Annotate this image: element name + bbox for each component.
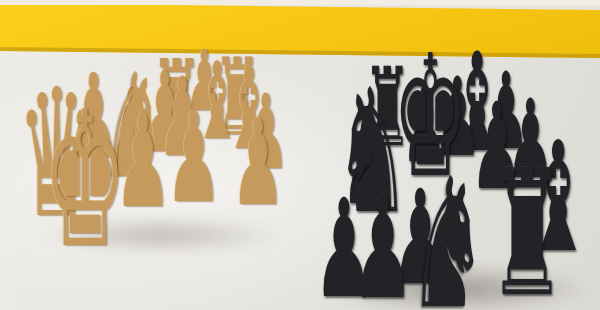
white-cluster-shadow — [42, 216, 280, 254]
black-cluster-shadow — [322, 264, 590, 310]
yellow-wall — [0, 3, 600, 58]
chess-pieces-photo: ♛♟♞♜♟♜♚♟♝♟♟♝♟♟♟♟ ♜♞♚♝♟♟♟♟♝♟♟♟♟♟♞♜ — [0, 0, 600, 310]
ceiling-stripe — [0, 0, 600, 5]
